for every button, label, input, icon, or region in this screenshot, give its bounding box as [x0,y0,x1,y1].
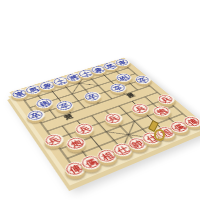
piece-character: 象 [41,82,53,89]
piece-character: 象 [93,67,104,73]
piece-character: 兵 [134,105,147,113]
piece-character: 士 [80,70,92,76]
piece-character: 兵 [47,136,61,145]
piece-character: 卒 [112,85,124,92]
piece-character: 卒 [86,93,99,100]
piece-character: 兵 [106,114,120,122]
piece-character: 俥 [67,164,82,175]
piece-character: 俥 [185,118,199,127]
piece-character: 兵 [159,96,172,103]
piece-character: 炮 [69,139,83,149]
product-photo: 楚河 漢界 車馬象士將士象馬車砲砲卒卒卒卒卒兵兵兵兵兵炮炮俥傌相仕帥仕相傌俥 [0,0,200,200]
brass-latch [148,121,164,141]
piece-character: 相 [100,151,115,161]
piece-character: 馬 [28,86,40,93]
piece-character: 車 [116,60,127,66]
piece-character: 傌 [84,157,99,168]
xiangqi-board: 楚河 漢界 車馬象士將士象馬車砲砲卒卒卒卒卒兵兵兵兵兵炮炮俥傌相仕帥仕相傌俥 [9,58,200,179]
latch-ring [154,129,165,141]
board-scene: 楚河 漢界 車馬象士將士象馬車砲砲卒卒卒卒卒兵兵兵兵兵炮炮俥傌相仕帥仕相傌俥 [9,58,200,179]
piece-character: 士 [55,78,67,85]
piece-character: 車 [14,90,26,97]
piece-character: 卒 [29,111,42,119]
piece-character: 仕 [115,145,130,155]
piece-character: 將 [68,74,80,80]
piece-character: 馬 [105,63,116,69]
piece-character: 兵 [77,125,91,134]
piece-character: 砲 [118,75,130,81]
piece-character: 卒 [137,77,149,84]
piece-character: 砲 [38,100,50,108]
piece-character: 卒 [58,102,71,110]
piece-character: 炮 [155,107,169,115]
